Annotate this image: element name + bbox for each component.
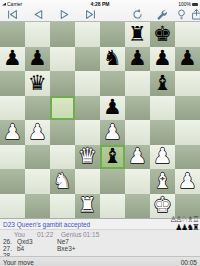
square-f6[interactable] [125,71,150,96]
square-a6[interactable] [0,71,25,96]
move-row[interactable]: 26. Qxd3 Ne7 [0,238,200,245]
square-a7[interactable]: ♟ [0,47,25,72]
square-c5[interactable] [50,96,75,121]
square-b4[interactable]: ♟ [25,120,50,145]
move-row[interactable]: 27. b4 Bxe3+ [0,245,200,252]
square-h6[interactable] [175,71,200,96]
black-move[interactable]: Bxe3+ [57,245,76,252]
square-f3[interactable]: ♟ [125,145,150,170]
square-h5[interactable] [175,96,200,121]
square-f5[interactable] [125,96,150,121]
white-pawn: ♟ [25,120,50,145]
step-back-button[interactable] [32,8,45,21]
turn-prompt: Your move [3,259,34,266]
rotate-board-icon[interactable] [131,8,144,21]
move-number: 26. [3,238,15,245]
white-pawn: ♟ [100,120,125,145]
black-pawn: ♟ [125,47,150,72]
square-f1[interactable] [125,194,150,219]
opening-name: D23 Queen's gambit accepted [3,221,90,228]
white-pawn: ♟ [125,145,150,170]
white-pawn: ♟ [175,169,200,194]
square-d5[interactable] [75,96,100,121]
square-g6[interactable]: ♝ [150,71,175,96]
square-e5[interactable]: ♟ [100,96,125,121]
square-d8[interactable] [75,22,100,47]
white-player-name: You [14,231,25,238]
square-h4[interactable] [175,120,200,145]
square-b3[interactable] [25,145,50,170]
square-c7[interactable] [50,47,75,72]
white-knight: ♞ [50,169,75,194]
square-b2[interactable] [25,169,50,194]
black-player-name: Genius [61,231,82,238]
black-bishop: ♝ [150,71,175,96]
black-king: ♚ [150,22,175,47]
square-b1[interactable] [25,194,50,219]
battery-text: 100% [178,1,191,7]
square-e7[interactable]: ♞ [100,47,125,72]
black-pawn: ♟ [25,47,50,72]
white-move[interactable]: b4 [17,245,24,252]
black-pawn: ♟ [175,47,200,72]
square-c3[interactable] [50,145,75,170]
black-player-clock: 01:15 [83,231,99,238]
square-d4[interactable] [75,120,100,145]
square-a3[interactable] [0,145,25,170]
square-d3[interactable]: ♛ [75,145,100,170]
square-h8[interactable] [175,22,200,47]
square-g4[interactable] [150,120,175,145]
status-bar: Carrier 4:28 PM 100% [0,0,200,7]
battery-label: 100% [178,1,198,7]
square-d1[interactable]: ♜ [75,194,100,219]
hint-lightbulb-icon[interactable] [175,8,188,21]
game-status-bar: Your move 00:05 [0,256,200,266]
status-time: 4:28 PM [0,1,200,7]
square-b7[interactable]: ♟ [25,47,50,72]
square-e8[interactable] [100,22,125,47]
square-a1[interactable] [0,194,25,219]
square-a4[interactable]: ♟ [0,120,25,145]
square-c4[interactable] [50,120,75,145]
square-h2[interactable]: ♟ [175,169,200,194]
skip-to-start-button[interactable] [6,8,19,21]
battery-icon [192,3,198,6]
active-clock: 00:05 [181,259,197,266]
square-f8[interactable]: ♜ [125,22,150,47]
square-b5[interactable] [25,96,50,121]
square-c8[interactable] [50,22,75,47]
white-player-clock: 01:22 [37,231,53,238]
chess-board: ♜♚♟♟♞♟♟♟♛♝♟♟♟♟♛♝♟♟♞♝♟♜♚ [0,22,200,218]
square-e2[interactable] [100,169,125,194]
square-f2[interactable] [125,169,150,194]
square-a5[interactable] [0,96,25,121]
square-a8[interactable] [0,22,25,47]
black-queen: ♛ [25,71,50,96]
square-c6[interactable] [50,71,75,96]
white-bishop: ♝ [150,169,175,194]
square-g3[interactable]: ♟ [150,145,175,170]
black-pawn: ♟ [150,47,175,72]
move-list: You 01:22 Genius 01:15 26. Qxd3 Ne7 27. … [0,230,200,256]
top-chrome: Carrier 4:28 PM 100% [0,0,200,22]
black-bishop: ♝ [100,145,125,170]
square-g5[interactable] [150,96,175,121]
captured-pieces-tray: ♙♙♘♗♖ ♟♟♞♜ [170,216,198,231]
square-d2[interactable] [75,169,100,194]
share-icon[interactable] [190,8,199,21]
opening-bar: D23 Queen's gambit accepted ♙♙♘♗♖ ♟♟♞♜ [0,218,200,230]
square-d6[interactable] [75,71,100,96]
square-d7[interactable] [75,47,100,72]
skip-to-end-button[interactable] [84,8,97,21]
square-e1[interactable] [100,194,125,219]
white-move[interactable]: Qxd3 [17,238,33,245]
square-b6[interactable]: ♛ [25,71,50,96]
black-pawn: ♟ [100,96,125,121]
white-queen: ♛ [75,145,100,170]
square-c2[interactable]: ♞ [50,169,75,194]
black-pawn: ♟ [0,47,25,72]
tools-wrench-icon[interactable] [155,8,168,21]
black-rook: ♜ [125,22,150,47]
square-e6[interactable] [100,71,125,96]
square-c1[interactable] [50,194,75,219]
step-forward-button[interactable] [58,8,71,21]
white-rook: ♜ [75,194,100,219]
move-number: 27. [3,245,15,252]
white-pawn: ♟ [0,120,25,145]
square-g7[interactable]: ♟ [150,47,175,72]
black-move[interactable]: Ne7 [57,238,69,245]
square-h7[interactable]: ♟ [175,47,200,72]
move-list-header: You 01:22 Genius 01:15 [0,231,200,238]
square-b8[interactable] [25,22,50,47]
white-pawn: ♟ [150,145,175,170]
square-g8[interactable]: ♚ [150,22,175,47]
square-g2[interactable]: ♝ [150,169,175,194]
square-f7[interactable]: ♟ [125,47,150,72]
square-e3[interactable]: ♝ [100,145,125,170]
square-h3[interactable] [175,145,200,170]
square-f4[interactable] [125,120,150,145]
black-knight: ♞ [100,47,125,72]
square-a2[interactable] [0,169,25,194]
square-e4[interactable]: ♟ [100,120,125,145]
